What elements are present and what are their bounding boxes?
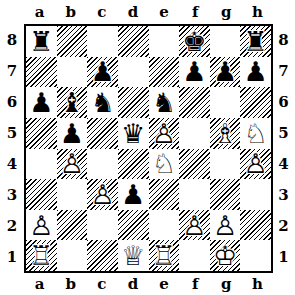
square-e7[interactable] [149, 57, 180, 88]
piece-black-pawn[interactable]: ♟ [87, 57, 118, 88]
board-grid: ♜♜♚♚♜♜♟♟♟♟♟♟♟♟♟♟♝♝♞♞♞♞♟♟♛♛♟♙♝♗♞♘♟♙♞♘♟♙♟♙… [24, 24, 273, 273]
piece-black-pawn[interactable]: ♟ [210, 57, 241, 88]
square-d7[interactable] [118, 57, 149, 88]
square-d4[interactable] [118, 149, 149, 180]
file-label-e: e [149, 275, 180, 293]
file-label-h: h [242, 3, 273, 21]
square-b3[interactable] [57, 179, 88, 210]
rank-label-5: 5 [278, 117, 288, 148]
file-label-f: f [180, 275, 211, 293]
file-label-g: g [211, 275, 242, 293]
square-b1[interactable] [57, 240, 88, 271]
file-label-f: f [180, 3, 211, 21]
square-b6[interactable]: ♝♝ [57, 87, 88, 118]
piece-white-rook[interactable]: ♖ [149, 240, 180, 271]
file-label-a: a [24, 3, 55, 21]
piece-white-queen[interactable]: ♕ [118, 240, 149, 271]
piece-black-knight[interactable]: ♞ [149, 87, 180, 118]
square-f5[interactable] [179, 118, 210, 149]
square-b2[interactable] [57, 210, 88, 241]
rank-label-3: 3 [7, 180, 17, 211]
file-label-a: a [24, 275, 55, 293]
file-label-d: d [117, 3, 148, 21]
piece-white-pawn[interactable]: ♙ [240, 149, 271, 180]
square-e8[interactable] [149, 26, 180, 57]
square-a6[interactable]: ♟♟ [26, 87, 57, 118]
square-h7[interactable]: ♟♟ [240, 57, 271, 88]
square-a3[interactable] [26, 179, 57, 210]
square-a4[interactable] [26, 149, 57, 180]
piece-black-pawn[interactable]: ♟ [118, 179, 149, 210]
piece-black-rook[interactable]: ♜ [26, 26, 57, 57]
square-d2[interactable] [118, 210, 149, 241]
file-label-h: h [242, 275, 273, 293]
piece-black-pawn[interactable]: ♟ [26, 87, 57, 118]
rank-label-4: 4 [7, 149, 17, 180]
piece-black-pawn[interactable]: ♟ [179, 57, 210, 88]
square-a1[interactable]: ♜♖ [26, 240, 57, 271]
rank-label-1: 1 [278, 242, 288, 273]
rank-label-8: 8 [7, 24, 17, 55]
rank-label-3: 3 [278, 180, 288, 211]
file-label-b: b [55, 275, 86, 293]
rank-label-8: 8 [278, 24, 288, 55]
square-d1[interactable]: ♛♕ [118, 240, 149, 271]
square-a2[interactable]: ♟♙ [26, 210, 57, 241]
square-d6[interactable] [118, 87, 149, 118]
square-e6[interactable]: ♞♞ [149, 87, 180, 118]
square-g4[interactable] [210, 149, 241, 180]
rank-label-7: 7 [278, 55, 288, 86]
square-c6[interactable]: ♞♞ [87, 87, 118, 118]
file-label-b: b [55, 3, 86, 21]
square-h5[interactable]: ♞♘ [240, 118, 271, 149]
square-e4[interactable]: ♞♘ [149, 149, 180, 180]
piece-white-pawn[interactable]: ♙ [26, 210, 57, 241]
square-f4[interactable] [179, 149, 210, 180]
piece-white-bishop[interactable]: ♗ [210, 118, 241, 149]
square-b4[interactable]: ♟♙ [57, 149, 88, 180]
piece-white-king[interactable]: ♔ [210, 240, 241, 271]
square-f6[interactable] [179, 87, 210, 118]
square-a7[interactable] [26, 57, 57, 88]
piece-black-pawn[interactable]: ♟ [57, 118, 88, 149]
square-g2[interactable]: ♟♙ [210, 210, 241, 241]
file-labels-bottom: abcdefgh [24, 272, 273, 295]
piece-black-king[interactable]: ♚ [179, 26, 210, 57]
square-d5[interactable]: ♛♛ [118, 118, 149, 149]
square-d8[interactable] [118, 26, 149, 57]
piece-white-pawn[interactable]: ♙ [87, 179, 118, 210]
square-e3[interactable] [149, 179, 180, 210]
square-h4[interactable]: ♟♙ [240, 149, 271, 180]
rank-labels-left: 87654321 [0, 24, 24, 273]
chessboard-diagram: abcdefgh 87654321 ♜♜♚♚♜♜♟♟♟♟♟♟♟♟♟♟♝♝♞♞♞♞… [0, 0, 295, 295]
piece-white-knight[interactable]: ♘ [240, 118, 271, 149]
square-h1[interactable] [240, 240, 271, 271]
file-label-g: g [211, 3, 242, 21]
square-c5[interactable] [87, 118, 118, 149]
rank-label-4: 4 [278, 149, 288, 180]
rank-label-2: 2 [278, 211, 288, 242]
piece-white-rook[interactable]: ♖ [26, 240, 57, 271]
square-h3[interactable] [240, 179, 271, 210]
rank-label-6: 6 [7, 86, 17, 117]
file-label-c: c [86, 3, 117, 21]
square-g1[interactable]: ♚♔ [210, 240, 241, 271]
square-e1[interactable]: ♜♖ [149, 240, 180, 271]
square-f7[interactable]: ♟♟ [179, 57, 210, 88]
rank-label-5: 5 [7, 117, 17, 148]
square-c1[interactable] [87, 240, 118, 271]
square-f1[interactable] [179, 240, 210, 271]
square-g8[interactable] [210, 26, 241, 57]
rank-label-2: 2 [7, 211, 17, 242]
piece-black-bishop[interactable]: ♝ [57, 87, 88, 118]
square-f8[interactable]: ♚♚ [179, 26, 210, 57]
square-e5[interactable]: ♟♙ [149, 118, 180, 149]
square-h6[interactable] [240, 87, 271, 118]
square-h2[interactable] [240, 210, 271, 241]
square-b8[interactable] [57, 26, 88, 57]
piece-white-knight[interactable]: ♘ [149, 149, 180, 180]
piece-black-queen[interactable]: ♛ [118, 118, 149, 149]
file-label-e: e [149, 3, 180, 21]
file-label-d: d [117, 275, 148, 293]
square-h8[interactable]: ♜♜ [240, 26, 271, 57]
square-g5[interactable]: ♝♗ [210, 118, 241, 149]
piece-black-rook[interactable]: ♜ [240, 26, 271, 57]
square-c4[interactable] [87, 149, 118, 180]
square-a5[interactable] [26, 118, 57, 149]
square-f3[interactable] [179, 179, 210, 210]
piece-black-pawn[interactable]: ♟ [240, 57, 271, 88]
square-c8[interactable] [87, 26, 118, 57]
square-c7[interactable]: ♟♟ [87, 57, 118, 88]
piece-white-pawn[interactable]: ♙ [210, 210, 241, 241]
square-g6[interactable] [210, 87, 241, 118]
rank-label-1: 1 [7, 242, 17, 273]
square-c2[interactable] [87, 210, 118, 241]
rank-label-6: 6 [278, 86, 288, 117]
square-g7[interactable]: ♟♟ [210, 57, 241, 88]
piece-white-pawn[interactable]: ♙ [149, 118, 180, 149]
file-labels-top: abcdefgh [24, 0, 273, 24]
rank-label-7: 7 [7, 55, 17, 86]
square-g3[interactable] [210, 179, 241, 210]
rank-labels-right: 87654321 [272, 24, 295, 273]
square-f2[interactable]: ♟♙ [179, 210, 210, 241]
square-e2[interactable] [149, 210, 180, 241]
file-label-c: c [86, 275, 117, 293]
square-b7[interactable] [57, 57, 88, 88]
square-a8[interactable]: ♜♜ [26, 26, 57, 57]
square-c3[interactable]: ♟♙ [87, 179, 118, 210]
piece-black-knight[interactable]: ♞ [87, 87, 118, 118]
square-d3[interactable]: ♟♟ [118, 179, 149, 210]
piece-white-pawn[interactable]: ♙ [57, 149, 88, 180]
square-b5[interactable]: ♟♟ [57, 118, 88, 149]
piece-white-pawn[interactable]: ♙ [179, 210, 210, 241]
